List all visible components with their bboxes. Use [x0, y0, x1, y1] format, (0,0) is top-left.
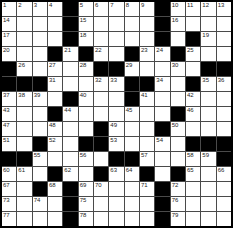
clue-number-17: 17 [3, 32, 10, 39]
clue-number-19: 19 [202, 32, 209, 39]
clue-number-1: 1 [3, 2, 6, 9]
white-square-r15c3[interactable] [33, 212, 47, 226]
black-square-r13c5 [63, 182, 77, 196]
clue-number-20: 20 [3, 47, 10, 54]
white-square-r1c1[interactable]: 1 [2, 2, 16, 16]
white-square-r7c12[interactable] [171, 92, 185, 106]
white-square-r6c5[interactable] [63, 77, 77, 91]
white-square-r2c9[interactable] [125, 17, 139, 31]
white-square-r2c13[interactable] [186, 17, 200, 31]
white-square-r3c4[interactable] [48, 32, 62, 46]
clue-number-45: 45 [126, 107, 133, 114]
white-square-r3c6[interactable]: 18 [79, 32, 93, 46]
white-square-r6c8[interactable]: 33 [109, 77, 123, 91]
white-square-r10c9[interactable] [125, 137, 139, 151]
black-square-r12c7 [94, 167, 108, 181]
clue-number-46: 46 [187, 107, 194, 114]
white-square-r5c4[interactable]: 27 [48, 62, 62, 76]
black-square-r10c3 [33, 137, 47, 151]
white-square-r4c11[interactable]: 24 [155, 47, 169, 61]
clue-number-10: 10 [172, 2, 179, 9]
white-square-r6c15[interactable]: 36 [217, 77, 231, 91]
clue-number-44: 44 [64, 107, 71, 114]
clue-number-49: 49 [110, 122, 117, 129]
clue-number-5: 5 [80, 2, 83, 9]
clue-number-32: 32 [95, 77, 102, 84]
white-square-r2c7[interactable] [94, 17, 108, 31]
white-square-r15c7[interactable] [94, 212, 108, 226]
white-square-r10c1[interactable]: 51 [2, 137, 16, 151]
white-square-r4c3[interactable] [33, 47, 47, 61]
clue-number-73: 73 [3, 197, 10, 204]
white-square-r8c14[interactable] [201, 107, 215, 121]
black-square-r11c9 [125, 152, 139, 166]
white-square-r4c8[interactable] [109, 47, 123, 61]
black-square-r4c9 [125, 47, 139, 61]
black-square-r8c12 [171, 107, 185, 121]
white-square-r1c7[interactable]: 6 [94, 2, 108, 16]
clue-number-74: 74 [34, 197, 41, 204]
white-square-r5c12[interactable]: 30 [171, 62, 185, 76]
clue-number-3: 3 [34, 2, 37, 9]
black-square-r14c11 [155, 197, 169, 211]
white-square-r8c11[interactable] [155, 107, 169, 121]
black-square-r5c8 [109, 62, 123, 76]
white-square-r10c8[interactable]: 53 [109, 137, 123, 151]
white-square-r6c12[interactable] [171, 77, 185, 91]
clue-number-60: 60 [3, 167, 10, 174]
white-square-r12c9[interactable]: 64 [125, 167, 139, 181]
clue-number-41: 41 [141, 92, 148, 99]
black-square-r11c8 [109, 152, 123, 166]
white-square-r13c10[interactable]: 71 [140, 182, 154, 196]
clue-number-62: 62 [64, 167, 71, 174]
white-square-r8c9[interactable]: 45 [125, 107, 139, 121]
clue-number-21: 21 [64, 47, 71, 54]
white-square-r5c2[interactable]: 26 [17, 62, 31, 76]
clue-number-22: 22 [95, 47, 102, 54]
white-square-r8c7[interactable] [94, 107, 108, 121]
white-square-r12c6[interactable] [79, 167, 93, 181]
clue-number-6: 6 [95, 2, 98, 9]
white-square-r1c15[interactable]: 13 [217, 2, 231, 16]
black-square-r8c4 [48, 107, 62, 121]
white-square-r14c15[interactable] [217, 197, 231, 211]
white-square-r11c4[interactable] [48, 152, 62, 166]
white-square-r4c2[interactable] [17, 47, 31, 61]
white-square-r11c14[interactable]: 59 [201, 152, 215, 166]
white-square-r15c10[interactable] [140, 212, 154, 226]
white-square-r10c4[interactable]: 52 [48, 137, 62, 151]
clue-number-61: 61 [18, 167, 25, 174]
white-square-r9c1[interactable]: 47 [2, 122, 16, 136]
black-square-r2c11 [155, 17, 169, 31]
white-square-r3c1[interactable]: 17 [2, 32, 16, 46]
white-square-r13c7[interactable]: 70 [94, 182, 108, 196]
black-square-r1c11 [155, 2, 169, 16]
white-square-r9c3[interactable] [33, 122, 47, 136]
white-square-r9c14[interactable] [201, 122, 215, 136]
white-square-r12c1[interactable]: 60 [2, 167, 16, 181]
white-square-r5c9[interactable]: 29 [125, 62, 139, 76]
white-square-r15c2[interactable] [17, 212, 31, 226]
white-square-r4c15[interactable] [217, 47, 231, 61]
white-square-r2c4[interactable] [48, 17, 62, 31]
black-square-r15c5 [63, 212, 77, 226]
white-square-r8c1[interactable]: 43 [2, 107, 16, 121]
clue-number-79: 79 [172, 212, 179, 219]
clue-number-12: 12 [202, 2, 209, 9]
white-square-r4c14[interactable] [201, 47, 215, 61]
white-square-r13c12[interactable]: 72 [171, 182, 185, 196]
crossword-page: 1234567891011121314151617181920212223242… [0, 0, 233, 228]
white-square-r10c10[interactable] [140, 137, 154, 151]
black-square-r3c5 [63, 32, 77, 46]
black-square-r6c3 [33, 77, 47, 91]
black-square-r12c4 [48, 167, 62, 181]
black-square-r6c1 [2, 77, 16, 91]
clue-number-13: 13 [218, 2, 225, 9]
white-square-r4c10[interactable]: 23 [140, 47, 154, 61]
white-square-r3c10[interactable] [140, 32, 154, 46]
clue-number-25: 25 [187, 47, 194, 54]
white-square-r6c7[interactable]: 32 [94, 77, 108, 91]
white-square-r2c2[interactable] [17, 17, 31, 31]
white-square-r12c5[interactable]: 62 [63, 167, 77, 181]
black-square-r5c7 [94, 62, 108, 76]
clue-number-65: 65 [187, 167, 194, 174]
clue-number-31: 31 [49, 77, 56, 84]
white-square-r11c13[interactable]: 58 [186, 152, 200, 166]
white-square-r13c8[interactable] [109, 182, 123, 196]
white-square-r13c15[interactable] [217, 182, 231, 196]
clue-number-51: 51 [3, 137, 10, 144]
white-square-r7c3[interactable]: 39 [33, 92, 47, 106]
white-square-r14c12[interactable]: 76 [171, 197, 185, 211]
clue-number-26: 26 [18, 62, 25, 69]
black-square-r9c7 [94, 122, 108, 136]
white-square-r9c10[interactable] [140, 122, 154, 136]
white-square-r15c9[interactable] [125, 212, 139, 226]
white-square-r9c2[interactable] [17, 122, 31, 136]
white-square-r14c3[interactable]: 74 [33, 197, 47, 211]
clue-number-67: 67 [3, 182, 10, 189]
clue-number-42: 42 [187, 92, 194, 99]
white-square-r10c11[interactable]: 54 [155, 137, 169, 151]
clue-number-66: 66 [218, 167, 225, 174]
white-square-r12c8[interactable]: 63 [109, 167, 123, 181]
black-square-r5c15 [217, 62, 231, 76]
white-square-r12c11[interactable] [155, 167, 169, 181]
clue-number-28: 28 [80, 62, 87, 69]
black-square-r6c2 [17, 77, 31, 91]
white-square-r6c4[interactable]: 31 [48, 77, 62, 91]
white-square-r10c5[interactable] [63, 137, 77, 151]
black-square-r9c11 [155, 122, 169, 136]
black-square-r5c14 [201, 62, 215, 76]
white-square-r1c9[interactable]: 8 [125, 2, 139, 16]
white-square-r9c6[interactable] [79, 122, 93, 136]
clue-number-34: 34 [156, 77, 163, 84]
white-square-r15c12[interactable]: 79 [171, 212, 185, 226]
white-square-r3c8[interactable] [109, 32, 123, 46]
white-square-r5c3[interactable] [33, 62, 47, 76]
black-square-r6c9 [125, 77, 139, 91]
white-square-r12c13[interactable]: 65 [186, 167, 200, 181]
white-square-r1c12[interactable]: 10 [171, 2, 185, 16]
white-square-r7c13[interactable]: 42 [186, 92, 200, 106]
white-square-r2c8[interactable] [109, 17, 123, 31]
white-square-r6c14[interactable]: 35 [201, 77, 215, 91]
white-square-r14c8[interactable] [109, 197, 123, 211]
white-square-r3c7[interactable] [94, 32, 108, 46]
clue-number-2: 2 [18, 2, 21, 9]
white-square-r7c15[interactable] [217, 92, 231, 106]
clue-number-16: 16 [172, 17, 179, 24]
white-square-r14c13[interactable] [186, 197, 200, 211]
clue-number-63: 63 [110, 167, 117, 174]
white-square-r8c3[interactable] [33, 107, 47, 121]
clue-number-37: 37 [3, 92, 10, 99]
black-square-r6c13 [186, 77, 200, 91]
clue-number-9: 9 [141, 2, 144, 9]
black-square-r13c11 [155, 182, 169, 196]
clue-number-36: 36 [218, 77, 225, 84]
clue-number-48: 48 [49, 122, 56, 129]
white-square-r7c6[interactable]: 40 [79, 92, 93, 106]
clue-number-30: 30 [172, 62, 179, 69]
black-square-r12c10 [140, 167, 154, 181]
clue-number-72: 72 [172, 182, 179, 189]
white-square-r8c13[interactable]: 46 [186, 107, 200, 121]
white-square-r1c8[interactable]: 7 [109, 2, 123, 16]
white-square-r14c7[interactable] [94, 197, 108, 211]
white-square-r11c6[interactable]: 56 [79, 152, 93, 166]
white-square-r6c11[interactable]: 34 [155, 77, 169, 91]
white-square-r8c6[interactable] [79, 107, 93, 121]
white-square-r9c15[interactable] [217, 122, 231, 136]
white-square-r12c2[interactable]: 61 [17, 167, 31, 181]
white-square-r11c12[interactable] [171, 152, 185, 166]
black-square-r11c2 [17, 152, 31, 166]
black-square-r3c11 [155, 32, 169, 46]
clue-number-7: 7 [110, 2, 113, 9]
black-square-r11c15 [217, 152, 231, 166]
white-square-r5c10[interactable] [140, 62, 154, 76]
black-square-r6c10 [140, 77, 154, 91]
white-square-r15c8[interactable] [109, 212, 123, 226]
white-square-r2c6[interactable]: 15 [79, 17, 93, 31]
white-square-r3c15[interactable] [217, 32, 231, 46]
clue-number-27: 27 [49, 62, 56, 69]
white-square-r3c12[interactable] [171, 32, 185, 46]
black-square-r4c6 [79, 47, 93, 61]
clue-number-58: 58 [187, 152, 194, 159]
clue-number-29: 29 [126, 62, 133, 69]
clue-number-52: 52 [49, 137, 56, 144]
white-square-r15c4[interactable] [48, 212, 62, 226]
white-square-r1c6[interactable]: 5 [79, 2, 93, 16]
white-square-r14c4[interactable] [48, 197, 62, 211]
crossword-board: 1234567891011121314151617181920212223242… [0, 0, 233, 228]
white-square-r2c14[interactable] [201, 17, 215, 31]
clue-number-38: 38 [18, 92, 25, 99]
white-square-r4c5[interactable]: 21 [63, 47, 77, 61]
white-square-r10c2[interactable] [17, 137, 31, 151]
white-square-r12c14[interactable] [201, 167, 215, 181]
black-square-r14c5 [63, 197, 77, 211]
white-square-r15c6[interactable]: 78 [79, 212, 93, 226]
white-square-r4c13[interactable]: 25 [186, 47, 200, 61]
clue-number-54: 54 [156, 137, 163, 144]
clue-number-75: 75 [80, 197, 87, 204]
white-square-r11c11[interactable] [155, 152, 169, 166]
white-square-r2c1[interactable]: 14 [2, 17, 16, 31]
white-square-r1c14[interactable]: 12 [201, 2, 215, 16]
white-square-r7c8[interactable] [109, 92, 123, 106]
white-square-r14c10[interactable] [140, 197, 154, 211]
white-square-r2c10[interactable] [140, 17, 154, 31]
clue-number-15: 15 [80, 17, 87, 24]
white-square-r13c14[interactable] [201, 182, 215, 196]
white-square-r15c13[interactable] [186, 212, 200, 226]
white-square-r9c13[interactable] [186, 122, 200, 136]
white-square-r11c5[interactable] [63, 152, 77, 166]
white-square-r11c10[interactable]: 57 [140, 152, 154, 166]
clue-number-77: 77 [3, 212, 10, 219]
white-square-r13c6[interactable]: 69 [79, 182, 93, 196]
clue-number-35: 35 [202, 77, 209, 84]
white-square-r6c6[interactable] [79, 77, 93, 91]
white-square-r7c7[interactable] [94, 92, 108, 106]
black-square-r4c12 [171, 47, 185, 61]
clue-number-64: 64 [126, 167, 133, 174]
clue-number-24: 24 [156, 47, 163, 54]
white-square-r5c11[interactable] [155, 62, 169, 76]
white-square-r3c9[interactable] [125, 32, 139, 46]
clue-number-78: 78 [80, 212, 87, 219]
white-square-r3c14[interactable]: 19 [201, 32, 215, 46]
white-square-r12c15[interactable]: 66 [217, 167, 231, 181]
black-square-r10c15 [217, 137, 231, 151]
clue-number-68: 68 [49, 182, 56, 189]
clue-number-18: 18 [80, 32, 87, 39]
white-square-r4c1[interactable]: 20 [2, 47, 16, 61]
white-square-r3c2[interactable] [17, 32, 31, 46]
white-square-r13c13[interactable] [186, 182, 200, 196]
white-square-r9c4[interactable]: 48 [48, 122, 62, 136]
clue-number-71: 71 [141, 182, 148, 189]
white-square-r3c3[interactable] [33, 32, 47, 46]
clue-number-23: 23 [141, 47, 148, 54]
clue-number-69: 69 [80, 182, 87, 189]
white-square-r14c2[interactable] [17, 197, 31, 211]
white-square-r8c5[interactable]: 44 [63, 107, 77, 121]
black-square-r13c3 [33, 182, 47, 196]
white-square-r7c2[interactable]: 38 [17, 92, 31, 106]
white-square-r2c12[interactable]: 16 [171, 17, 185, 31]
white-square-r8c8[interactable] [109, 107, 123, 121]
white-square-r14c14[interactable] [201, 197, 215, 211]
clue-number-57: 57 [141, 152, 148, 159]
white-square-r9c8[interactable]: 49 [109, 122, 123, 136]
white-square-r10c12[interactable] [171, 137, 185, 151]
clue-number-43: 43 [3, 107, 10, 114]
black-square-r3c13 [186, 32, 200, 46]
white-square-r5c13[interactable] [186, 62, 200, 76]
white-square-r8c10[interactable] [140, 107, 154, 121]
white-square-r9c12[interactable]: 50 [171, 122, 185, 136]
white-square-r5c5[interactable] [63, 62, 77, 76]
white-square-r7c11[interactable] [155, 92, 169, 106]
white-square-r15c14[interactable] [201, 212, 215, 226]
black-square-r10c6 [79, 137, 93, 151]
white-square-r13c2[interactable] [17, 182, 31, 196]
white-square-r12c3[interactable] [33, 167, 47, 181]
clue-number-40: 40 [80, 92, 87, 99]
clue-number-59: 59 [202, 152, 209, 159]
white-square-r14c9[interactable] [125, 197, 139, 211]
black-square-r1c5 [63, 2, 77, 16]
white-square-r7c1[interactable]: 37 [2, 92, 16, 106]
clue-number-56: 56 [80, 152, 87, 159]
white-square-r7c4[interactable] [48, 92, 62, 106]
black-square-r2c5 [63, 17, 77, 31]
clue-number-33: 33 [110, 77, 117, 84]
white-square-r5c6[interactable]: 28 [79, 62, 93, 76]
white-square-r8c2[interactable] [17, 107, 31, 121]
clue-number-4: 4 [49, 2, 52, 9]
white-square-r1c3[interactable]: 3 [33, 2, 47, 16]
white-square-r14c6[interactable]: 75 [79, 197, 93, 211]
black-square-r12c12 [171, 167, 185, 181]
clue-number-53: 53 [110, 137, 117, 144]
white-square-r1c13[interactable]: 11 [186, 2, 200, 16]
white-square-r11c7[interactable] [94, 152, 108, 166]
white-square-r2c15[interactable] [217, 17, 231, 31]
white-square-r4c7[interactable]: 22 [94, 47, 108, 61]
clue-number-47: 47 [3, 122, 10, 129]
clue-number-55: 55 [34, 152, 41, 159]
white-square-r7c10[interactable]: 41 [140, 92, 154, 106]
white-square-r2c3[interactable] [33, 17, 47, 31]
white-square-r1c2[interactable]: 2 [17, 2, 31, 16]
white-square-r1c4[interactable]: 4 [48, 2, 62, 16]
clue-number-39: 39 [34, 92, 41, 99]
clue-number-50: 50 [172, 122, 179, 129]
clue-number-76: 76 [172, 197, 179, 204]
white-square-r13c1[interactable]: 67 [2, 182, 16, 196]
white-square-r14c1[interactable]: 73 [2, 197, 16, 211]
white-square-r11c3[interactable]: 55 [33, 152, 47, 166]
white-square-r15c15[interactable] [217, 212, 231, 226]
black-square-r11c1 [2, 152, 16, 166]
black-square-r10c14 [201, 137, 215, 151]
black-square-r4c4 [48, 47, 62, 61]
black-square-r5c1 [2, 62, 16, 76]
white-square-r13c9[interactable] [125, 182, 139, 196]
white-square-r9c9[interactable] [125, 122, 139, 136]
white-square-r15c1[interactable]: 77 [2, 212, 16, 226]
white-square-r8c15[interactable] [217, 107, 231, 121]
white-square-r13c4[interactable]: 68 [48, 182, 62, 196]
white-square-r1c10[interactable]: 9 [140, 2, 154, 16]
clue-number-8: 8 [126, 2, 129, 9]
white-square-r7c14[interactable] [201, 92, 215, 106]
black-square-r7c5 [63, 92, 77, 106]
white-square-r9c5[interactable] [63, 122, 77, 136]
black-square-r15c11 [155, 212, 169, 226]
